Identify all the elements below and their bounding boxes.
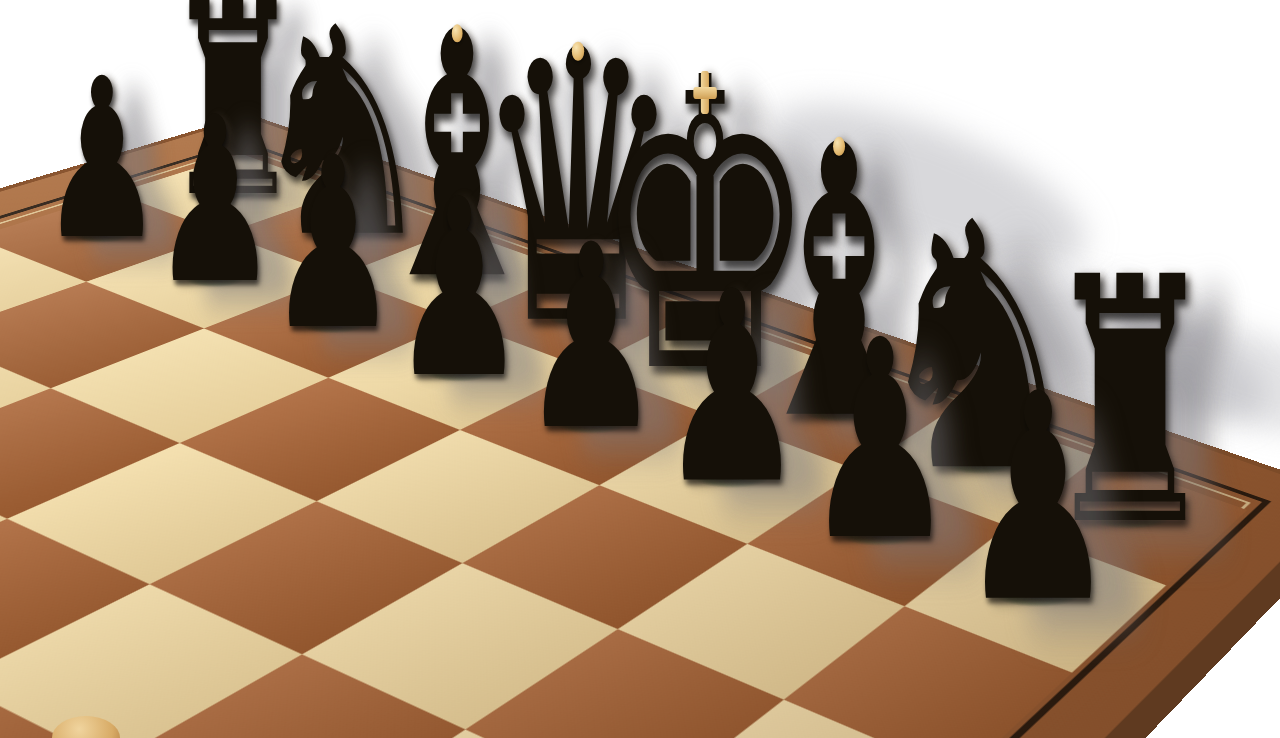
photo-stage: ♜♞♝♛♚♝♞♜♟♟♟♟♟♟♟♟ <box>0 0 1280 738</box>
piece-black-pawn-b7[interactable]: ♟ <box>151 87 278 316</box>
piece-black-pawn-f7[interactable]: ♟ <box>658 256 805 520</box>
piece-black-pawn-e7[interactable]: ♟ <box>521 210 662 464</box>
piece-black-pawn-c7[interactable]: ♟ <box>268 126 399 363</box>
piece-black-pawn-d7[interactable]: ♟ <box>391 167 527 412</box>
boxwood-ball-finial <box>833 136 845 156</box>
boxwood-cross-finial <box>693 71 717 113</box>
piece-black-pawn-g7[interactable]: ♟ <box>804 305 956 579</box>
piece-black-pawn-a7[interactable]: ♟ <box>40 50 163 271</box>
boxwood-ball-finial <box>452 24 463 42</box>
piece-black-pawn-h7[interactable]: ♟ <box>959 356 1117 641</box>
boxwood-ball-finial <box>572 41 584 61</box>
